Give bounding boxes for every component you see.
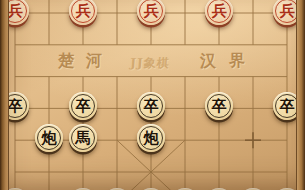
xiangqi-board[interactable]: 楚河 JJ象棋 汉界 兵兵兵兵兵卒卒卒卒卒炮馬炮車象士將士象馬車 — [0, 0, 305, 190]
app-watermark: JJ象棋 — [130, 55, 171, 72]
piece-glyph: 卒 — [212, 98, 227, 113]
piece-glyph: 卒 — [280, 98, 295, 113]
board-left-rail — [0, 0, 9, 190]
piece-glyph: 馬 — [76, 130, 91, 145]
piece-glyph: 兵 — [8, 3, 23, 18]
piece-black-cannon[interactable]: 炮 — [35, 124, 63, 152]
piece-black-soldier[interactable]: 卒 — [69, 92, 97, 120]
piece-black-cannon[interactable]: 炮 — [137, 124, 165, 152]
piece-glyph: 卒 — [8, 98, 23, 113]
piece-glyph: 炮 — [42, 130, 57, 145]
piece-glyph: 炮 — [144, 130, 159, 145]
piece-glyph: 卒 — [76, 98, 91, 113]
piece-black-soldier[interactable]: 卒 — [205, 92, 233, 120]
piece-glyph: 兵 — [212, 3, 227, 18]
river-label-han-jie: 汉界 — [200, 52, 258, 70]
piece-glyph: 兵 — [144, 3, 159, 18]
piece-black-horse[interactable]: 馬 — [69, 124, 97, 152]
piece-black-soldier[interactable]: 卒 — [137, 92, 165, 120]
piece-glyph: 兵 — [280, 3, 295, 18]
board-right-rail — [296, 0, 305, 190]
piece-glyph: 兵 — [76, 3, 91, 18]
piece-glyph: 卒 — [144, 98, 159, 113]
river-label-chu-he: 楚河 — [58, 52, 114, 70]
